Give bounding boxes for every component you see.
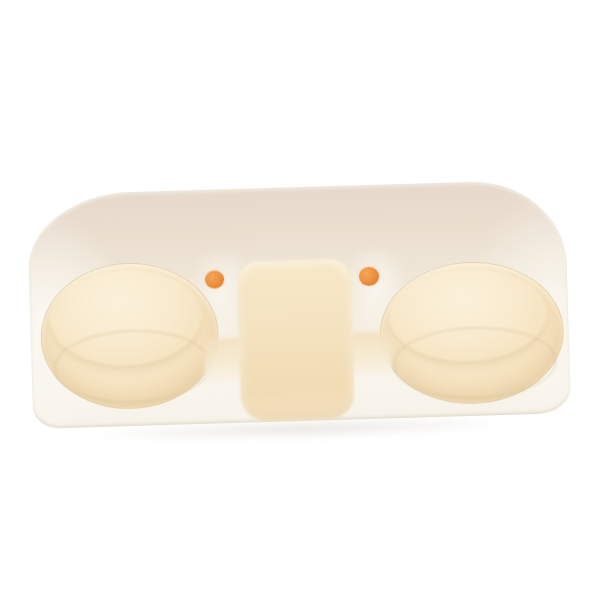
right-connector-groove [349, 331, 392, 374]
center-divider-block [237, 258, 356, 421]
product-photo [0, 0, 600, 600]
cup-holder-object [0, 0, 600, 600]
